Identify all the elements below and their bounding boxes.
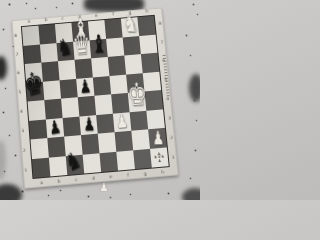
piece-black-pawn-d5[interactable]: ♟: [79, 77, 92, 96]
coord-label: f: [119, 173, 137, 179]
coord-label: e: [102, 174, 120, 180]
square-c1[interactable]: ♞: [66, 154, 85, 175]
square-b7[interactable]: [40, 43, 58, 63]
coord-label: 1: [171, 148, 176, 168]
square-g4[interactable]: ♚: [128, 91, 146, 111]
square-f7[interactable]: [106, 37, 124, 57]
piece-black-pawn-d3[interactable]: ♟: [82, 115, 95, 134]
square-h7[interactable]: [139, 34, 157, 54]
square-c6[interactable]: [58, 60, 76, 80]
coord-label: a: [33, 180, 51, 186]
coord-label: 2: [22, 141, 26, 161]
piece-black-knight-c7[interactable]: ♞: [55, 35, 73, 62]
piece-black-bishop-e7[interactable]: ♝: [90, 32, 107, 57]
square-a3[interactable]: [29, 119, 47, 139]
square-g3[interactable]: [130, 110, 149, 130]
square-h6[interactable]: [141, 53, 159, 73]
shadow-blob: [0, 140, 6, 180]
chess-board: ♝♞♞♛♝♚♟♚♟♟♟♟♞♟♞♛♞♟: [21, 15, 170, 179]
square-h8[interactable]: [137, 16, 155, 36]
square-e4[interactable]: [94, 94, 112, 114]
coord-label: h: [154, 170, 172, 176]
square-b3[interactable]: ♟: [46, 118, 64, 138]
square-f5[interactable]: [109, 74, 127, 94]
square-f8[interactable]: [104, 19, 122, 39]
square-e3[interactable]: [96, 113, 114, 133]
square-c4[interactable]: [61, 97, 79, 117]
photo-scene: abcdefgh abcdefgh 87654321 87654321 ♝♞♞♛…: [0, 0, 200, 200]
square-c5[interactable]: [59, 78, 77, 98]
piece-white-queen-d7[interactable]: ♛: [72, 30, 92, 59]
square-e5[interactable]: [93, 76, 111, 96]
coord-label: 8: [158, 14, 163, 33]
piece-white-knight-g8[interactable]: ♞: [122, 12, 138, 35]
square-g8[interactable]: ♞: [121, 17, 139, 37]
piece-white-pawn-h2[interactable]: ♟: [151, 128, 164, 147]
piece-white-pawn-f3[interactable]: ♟: [115, 112, 128, 131]
square-g7[interactable]: [123, 36, 141, 56]
piece-white-king-g4[interactable]: ♚: [126, 79, 148, 111]
square-c3[interactable]: [63, 116, 81, 136]
coord-label: 7: [15, 45, 19, 64]
coord-label: c: [67, 177, 85, 183]
square-e2[interactable]: [98, 132, 117, 153]
square-f6[interactable]: [108, 56, 126, 76]
square-e7[interactable]: ♝: [90, 38, 108, 58]
captured-white-pawn: ♟: [99, 182, 109, 193]
piece-black-king-a5[interactable]: ♚: [21, 67, 45, 103]
coord-label: 4: [19, 102, 23, 122]
square-h1[interactable]: ♟♞♛♞♟: [150, 147, 169, 168]
coord-label: g: [137, 171, 155, 177]
square-a8[interactable]: [22, 26, 40, 46]
square-d3[interactable]: ♟: [79, 115, 97, 135]
coord-label: 3: [167, 109, 172, 129]
square-b6[interactable]: [41, 61, 59, 81]
coord-label: 1: [24, 161, 28, 181]
square-g2[interactable]: [131, 129, 150, 150]
piece-black-pawn-b3[interactable]: ♟: [48, 117, 62, 137]
square-a2[interactable]: [30, 138, 48, 159]
coord-label: 8: [14, 27, 18, 46]
coord-label: 7: [160, 33, 165, 52]
square-a7[interactable]: [23, 44, 41, 64]
coord-label: 6: [16, 64, 20, 83]
square-e1[interactable]: [99, 151, 118, 172]
square-g1[interactable]: [133, 148, 152, 169]
square-d1[interactable]: [83, 153, 102, 174]
coord-label: 3: [21, 122, 25, 142]
square-f2[interactable]: [115, 131, 134, 152]
chess-mat: abcdefgh abcdefgh 87654321 87654321 ♝♞♞♛…: [12, 8, 179, 189]
square-e6[interactable]: [91, 57, 109, 77]
square-d7[interactable]: ♛: [73, 40, 91, 60]
shadow-blob: [182, 188, 200, 200]
board-maker-logo: ♟♞♛♞♟: [150, 147, 169, 168]
shadow-blob: [0, 56, 7, 80]
dust-speckles: [0, 0, 1, 1]
square-h2[interactable]: ♟: [148, 128, 167, 149]
square-a1[interactable]: [32, 157, 50, 178]
square-a5[interactable]: ♚: [26, 81, 44, 101]
square-g6[interactable]: [124, 54, 142, 74]
square-f1[interactable]: [116, 150, 135, 171]
shadow-blob: [0, 184, 22, 200]
square-a4[interactable]: [28, 100, 46, 120]
coord-label: 2: [169, 128, 174, 148]
square-d2[interactable]: [81, 134, 99, 155]
square-d5[interactable]: ♟: [76, 77, 94, 97]
square-f3[interactable]: ♟: [113, 112, 132, 132]
coord-label: 5: [18, 83, 22, 102]
coord-label: b: [50, 179, 68, 185]
shadow-blob: [189, 74, 200, 102]
square-b8[interactable]: [38, 24, 56, 44]
